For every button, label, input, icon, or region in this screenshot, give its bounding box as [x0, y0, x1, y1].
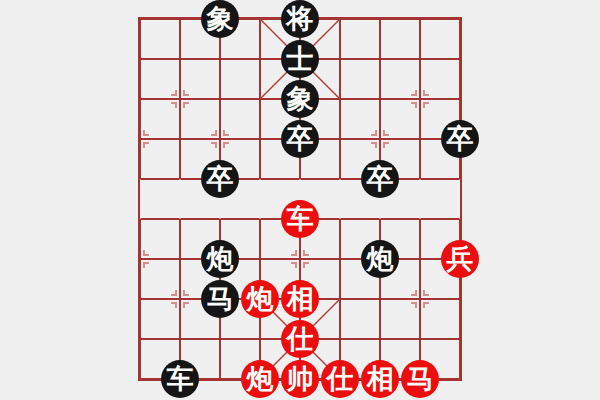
piece-black-advisor[interactable]: 士: [281, 40, 319, 78]
piece-black-horse[interactable]: 马: [201, 280, 239, 318]
piece-red-elephant[interactable]: 相: [361, 360, 399, 398]
piece-black-cannon[interactable]: 炮: [361, 240, 399, 278]
piece-black-soldier[interactable]: 卒: [201, 160, 239, 198]
piece-black-soldier[interactable]: 卒: [281, 120, 319, 158]
piece-red-chariot[interactable]: 车: [281, 200, 319, 238]
piece-black-cannon[interactable]: 炮: [201, 240, 239, 278]
board-cell: [380, 19, 420, 59]
piece-black-elephant[interactable]: 象: [281, 80, 319, 118]
board-cell: [340, 59, 380, 99]
board-cell: [220, 59, 260, 99]
piece-red-soldier[interactable]: 兵: [441, 240, 479, 278]
piece-black-chariot[interactable]: 车: [161, 360, 199, 398]
app-background: 象将士象卒卒卒卒车炮炮兵马炮相仕车炮帅仕相马: [0, 0, 600, 400]
board-cell: [420, 179, 460, 219]
board-cell: [140, 19, 180, 59]
piece-red-elephant[interactable]: 相: [281, 280, 319, 318]
board-cell: [420, 19, 460, 59]
board-cell: [340, 19, 380, 59]
piece-black-general[interactable]: 将: [281, 0, 319, 38]
board-cell: [340, 299, 380, 339]
board-cell: [140, 179, 180, 219]
piece-red-general[interactable]: 帅: [281, 360, 319, 398]
piece-red-advisor[interactable]: 仕: [321, 360, 359, 398]
piece-red-cannon[interactable]: 炮: [241, 360, 279, 398]
piece-red-advisor[interactable]: 仕: [281, 320, 319, 358]
piece-red-horse[interactable]: 马: [401, 360, 439, 398]
piece-black-elephant[interactable]: 象: [201, 0, 239, 38]
piece-red-cannon[interactable]: 炮: [241, 280, 279, 318]
xiangqi-board[interactable]: 象将士象卒卒卒卒车炮炮兵马炮相仕车炮帅仕相马: [140, 19, 460, 379]
piece-black-soldier[interactable]: 卒: [361, 160, 399, 198]
piece-black-soldier[interactable]: 卒: [441, 120, 479, 158]
